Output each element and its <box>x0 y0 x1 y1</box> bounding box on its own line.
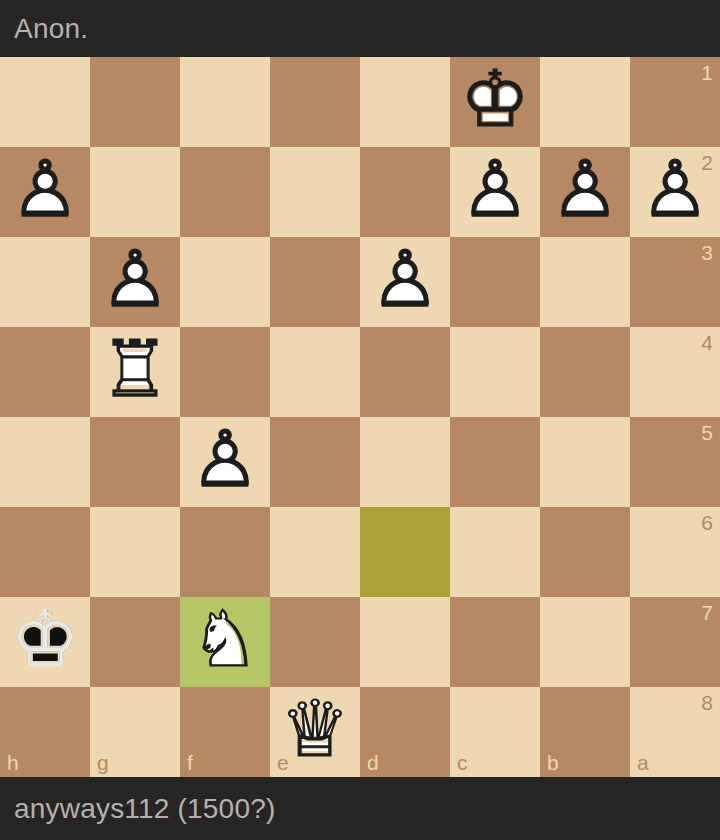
square-f2[interactable] <box>180 147 270 237</box>
square-b5[interactable] <box>540 417 630 507</box>
square-e4[interactable] <box>270 327 360 417</box>
square-d7[interactable] <box>360 597 450 687</box>
square-f4[interactable] <box>180 327 270 417</box>
file-label-a: a <box>637 752 649 773</box>
square-f1[interactable] <box>180 57 270 147</box>
square-g2[interactable] <box>90 147 180 237</box>
white-rook[interactable]: ♜♖ <box>90 327 180 417</box>
square-d5[interactable] <box>360 417 450 507</box>
white-queen[interactable]: ♛♕ <box>270 687 360 777</box>
square-a5[interactable]: 5 <box>630 417 720 507</box>
square-b4[interactable] <box>540 327 630 417</box>
bottom-player-name: anyways112 (1500?) <box>14 793 275 825</box>
square-g1[interactable] <box>90 57 180 147</box>
rank-label-3: 3 <box>701 242 713 263</box>
square-b2[interactable]: ♟♙ <box>540 147 630 237</box>
white-knight[interactable]: ♞♘ <box>180 597 270 687</box>
square-h5[interactable] <box>0 417 90 507</box>
square-e8[interactable]: e♛♕ <box>270 687 360 777</box>
rank-label-7: 7 <box>701 602 713 623</box>
square-h2[interactable]: ♟♙ <box>0 147 90 237</box>
square-c5[interactable] <box>450 417 540 507</box>
square-h7[interactable]: ♚♔ <box>0 597 90 687</box>
rank-label-1: 1 <box>701 62 713 83</box>
square-a3[interactable]: 3 <box>630 237 720 327</box>
square-e7[interactable] <box>270 597 360 687</box>
square-e5[interactable] <box>270 417 360 507</box>
square-f6[interactable] <box>180 507 270 597</box>
square-d4[interactable] <box>360 327 450 417</box>
square-d6[interactable] <box>360 507 450 597</box>
white-king[interactable]: ♚♔ <box>450 57 540 147</box>
square-d8[interactable]: d <box>360 687 450 777</box>
bottom-player-bar: anyways112 (1500?) <box>0 777 720 840</box>
white-pawn[interactable]: ♟♙ <box>90 237 180 327</box>
square-e6[interactable] <box>270 507 360 597</box>
file-label-d: d <box>367 752 379 773</box>
square-a7[interactable]: 7 <box>630 597 720 687</box>
square-h4[interactable] <box>0 327 90 417</box>
square-g7[interactable] <box>90 597 180 687</box>
square-h3[interactable] <box>0 237 90 327</box>
square-a2[interactable]: 2♟♙ <box>630 147 720 237</box>
square-c6[interactable] <box>450 507 540 597</box>
white-pawn[interactable]: ♟♙ <box>540 147 630 237</box>
white-pawn[interactable]: ♟♙ <box>630 147 720 237</box>
rank-label-8: 8 <box>701 692 713 713</box>
white-pawn[interactable]: ♟♙ <box>180 417 270 507</box>
square-f8[interactable]: f <box>180 687 270 777</box>
square-g5[interactable] <box>90 417 180 507</box>
square-c3[interactable] <box>450 237 540 327</box>
top-player-bar: Anon. <box>0 0 720 57</box>
square-e1[interactable] <box>270 57 360 147</box>
square-c8[interactable]: c <box>450 687 540 777</box>
square-c4[interactable] <box>450 327 540 417</box>
file-label-b: b <box>547 752 559 773</box>
square-c2[interactable]: ♟♙ <box>450 147 540 237</box>
chess-app: Anon. ♚♔1♟♙♟♙♟♙2♟♙♟♙♟♙3♜♖4♟♙56♚♔♞♘7hgfe♛… <box>0 0 720 840</box>
file-label-h: h <box>7 752 19 773</box>
square-b6[interactable] <box>540 507 630 597</box>
square-c7[interactable] <box>450 597 540 687</box>
square-a1[interactable]: 1 <box>630 57 720 147</box>
square-g3[interactable]: ♟♙ <box>90 237 180 327</box>
chess-board[interactable]: ♚♔1♟♙♟♙♟♙2♟♙♟♙♟♙3♜♖4♟♙56♚♔♞♘7hgfe♛♕dcb8a <box>0 57 720 777</box>
square-b3[interactable] <box>540 237 630 327</box>
top-player-name: Anon. <box>14 13 88 45</box>
square-g4[interactable]: ♜♖ <box>90 327 180 417</box>
square-b8[interactable]: b <box>540 687 630 777</box>
square-e2[interactable] <box>270 147 360 237</box>
square-c1[interactable]: ♚♔ <box>450 57 540 147</box>
square-f5[interactable]: ♟♙ <box>180 417 270 507</box>
file-label-g: g <box>97 752 109 773</box>
square-b7[interactable] <box>540 597 630 687</box>
square-a6[interactable]: 6 <box>630 507 720 597</box>
square-a4[interactable]: 4 <box>630 327 720 417</box>
white-pawn[interactable]: ♟♙ <box>0 147 90 237</box>
square-f7[interactable]: ♞♘ <box>180 597 270 687</box>
square-e3[interactable] <box>270 237 360 327</box>
rank-label-6: 6 <box>701 512 713 533</box>
square-h1[interactable] <box>0 57 90 147</box>
rank-label-4: 4 <box>701 332 713 353</box>
square-d3[interactable]: ♟♙ <box>360 237 450 327</box>
square-h8[interactable]: h <box>0 687 90 777</box>
square-g6[interactable] <box>90 507 180 597</box>
file-label-c: c <box>457 752 468 773</box>
black-king[interactable]: ♚♔ <box>0 597 90 687</box>
white-pawn[interactable]: ♟♙ <box>360 237 450 327</box>
square-b1[interactable] <box>540 57 630 147</box>
file-label-f: f <box>187 752 193 773</box>
square-d2[interactable] <box>360 147 450 237</box>
rank-label-5: 5 <box>701 422 713 443</box>
square-g8[interactable]: g <box>90 687 180 777</box>
square-d1[interactable] <box>360 57 450 147</box>
square-a8[interactable]: 8a <box>630 687 720 777</box>
white-pawn[interactable]: ♟♙ <box>450 147 540 237</box>
square-f3[interactable] <box>180 237 270 327</box>
square-h6[interactable] <box>0 507 90 597</box>
